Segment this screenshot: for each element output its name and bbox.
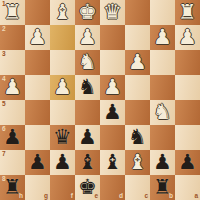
- square-h3[interactable]: 3: [0, 50, 25, 75]
- square-d7[interactable]: ♝: [100, 150, 125, 175]
- black-pawn[interactable]: ♟: [50, 150, 75, 175]
- white-pawn[interactable]: ♟: [175, 25, 200, 50]
- square-c3[interactable]: ♟: [125, 50, 150, 75]
- black-pawn[interactable]: ♟: [150, 150, 175, 175]
- square-a2[interactable]: ♟: [175, 25, 200, 50]
- square-e2[interactable]: ♟: [75, 25, 100, 50]
- square-g1[interactable]: [25, 0, 50, 25]
- white-knight[interactable]: ♞: [150, 100, 175, 125]
- square-e5[interactable]: [75, 100, 100, 125]
- square-f2[interactable]: [50, 25, 75, 50]
- file-label-c: c: [144, 193, 148, 200]
- square-g2[interactable]: ♟: [25, 25, 50, 50]
- square-g8[interactable]: g: [25, 175, 50, 200]
- square-a4[interactable]: [175, 75, 200, 100]
- square-e1[interactable]: ♚: [75, 0, 100, 25]
- white-rook[interactable]: ♜: [175, 0, 200, 25]
- square-c4[interactable]: [125, 75, 150, 100]
- square-e7[interactable]: ♝: [75, 150, 100, 175]
- square-g6[interactable]: [25, 125, 50, 150]
- white-pawn[interactable]: ♟: [50, 75, 75, 100]
- file-label-d: d: [119, 193, 123, 200]
- square-c7[interactable]: ♝: [125, 150, 150, 175]
- square-b4[interactable]: [150, 75, 175, 100]
- rank-label-5: 5: [2, 101, 6, 108]
- square-f3[interactable]: [50, 50, 75, 75]
- black-rook[interactable]: ♜: [0, 175, 25, 200]
- black-bishop[interactable]: ♝: [100, 150, 125, 175]
- square-g7[interactable]: ♟: [25, 150, 50, 175]
- square-f8[interactable]: f: [50, 175, 75, 200]
- square-h7[interactable]: 7: [0, 150, 25, 175]
- square-c8[interactable]: c: [125, 175, 150, 200]
- white-pawn[interactable]: ♟: [0, 75, 25, 100]
- square-b8[interactable]: b♜: [150, 175, 175, 200]
- square-a5[interactable]: [175, 100, 200, 125]
- white-knight[interactable]: ♞: [75, 50, 100, 75]
- black-knight[interactable]: ♞: [125, 125, 150, 150]
- black-king[interactable]: ♚: [75, 175, 100, 200]
- square-d1[interactable]: ♛: [100, 0, 125, 25]
- square-c5[interactable]: [125, 100, 150, 125]
- square-b5[interactable]: ♞: [150, 100, 175, 125]
- square-a1[interactable]: ♜: [175, 0, 200, 25]
- black-pawn[interactable]: ♟: [25, 150, 50, 175]
- black-pawn[interactable]: ♟: [100, 100, 125, 125]
- black-rook[interactable]: ♜: [150, 175, 175, 200]
- square-g3[interactable]: [25, 50, 50, 75]
- black-queen[interactable]: ♛: [50, 125, 75, 150]
- square-h6[interactable]: 6♟: [0, 125, 25, 150]
- white-pawn[interactable]: ♟: [150, 25, 175, 50]
- white-rook[interactable]: ♜: [0, 0, 25, 25]
- rank-label-3: 3: [2, 51, 6, 58]
- file-label-g: g: [44, 193, 48, 200]
- square-b1[interactable]: [150, 0, 175, 25]
- square-a3[interactable]: [175, 50, 200, 75]
- rank-label-7: 7: [2, 151, 6, 158]
- square-h2[interactable]: 2: [0, 25, 25, 50]
- white-pawn[interactable]: ♟: [75, 25, 100, 50]
- square-h1[interactable]: 1♜: [0, 0, 25, 25]
- square-b7[interactable]: ♟: [150, 150, 175, 175]
- square-d6[interactable]: [100, 125, 125, 150]
- square-e4[interactable]: ♞: [75, 75, 100, 100]
- white-queen[interactable]: ♛: [100, 0, 125, 25]
- black-knight[interactable]: ♞: [75, 75, 100, 100]
- square-f5[interactable]: [50, 100, 75, 125]
- square-d5[interactable]: ♟: [100, 100, 125, 125]
- file-label-a: a: [194, 193, 198, 200]
- square-h4[interactable]: 4♟: [0, 75, 25, 100]
- square-g4[interactable]: [25, 75, 50, 100]
- square-b2[interactable]: ♟: [150, 25, 175, 50]
- square-h8[interactable]: 8h♜: [0, 175, 25, 200]
- square-e6[interactable]: ♟: [75, 125, 100, 150]
- white-pawn[interactable]: ♟: [100, 75, 125, 100]
- square-c2[interactable]: [125, 25, 150, 50]
- black-pawn[interactable]: ♟: [175, 150, 200, 175]
- square-a6[interactable]: [175, 125, 200, 150]
- square-a7[interactable]: ♟: [175, 150, 200, 175]
- square-f4[interactable]: ♟: [50, 75, 75, 100]
- square-d2[interactable]: [100, 25, 125, 50]
- square-c1[interactable]: [125, 0, 150, 25]
- square-d4[interactable]: ♟: [100, 75, 125, 100]
- square-e3[interactable]: ♞: [75, 50, 100, 75]
- white-bishop[interactable]: ♝: [125, 150, 150, 175]
- chess-board: 1♜♝♚♛♜2♟♟♟♟3♞♟4♟♟♞♟5♟♞6♟♛♟♞7♟♟♝♝♝♟♟8h♜gf…: [0, 0, 200, 200]
- black-pawn[interactable]: ♟: [75, 125, 100, 150]
- square-d3[interactable]: [100, 50, 125, 75]
- white-king[interactable]: ♚: [75, 0, 100, 25]
- square-f1[interactable]: ♝: [50, 0, 75, 25]
- square-d8[interactable]: d: [100, 175, 125, 200]
- square-b6[interactable]: [150, 125, 175, 150]
- white-pawn[interactable]: ♟: [125, 50, 150, 75]
- square-g5[interactable]: [25, 100, 50, 125]
- white-bishop[interactable]: ♝: [50, 0, 75, 25]
- rank-label-2: 2: [2, 26, 6, 33]
- file-label-f: f: [71, 193, 73, 200]
- white-pawn[interactable]: ♟: [25, 25, 50, 50]
- black-pawn[interactable]: ♟: [0, 125, 25, 150]
- black-bishop[interactable]: ♝: [75, 150, 100, 175]
- square-c6[interactable]: ♞: [125, 125, 150, 150]
- square-e8[interactable]: e♚: [75, 175, 100, 200]
- square-a8[interactable]: a: [175, 175, 200, 200]
- square-b3[interactable]: [150, 50, 175, 75]
- square-h5[interactable]: 5: [0, 100, 25, 125]
- square-f6[interactable]: ♛: [50, 125, 75, 150]
- square-f7[interactable]: ♟: [50, 150, 75, 175]
